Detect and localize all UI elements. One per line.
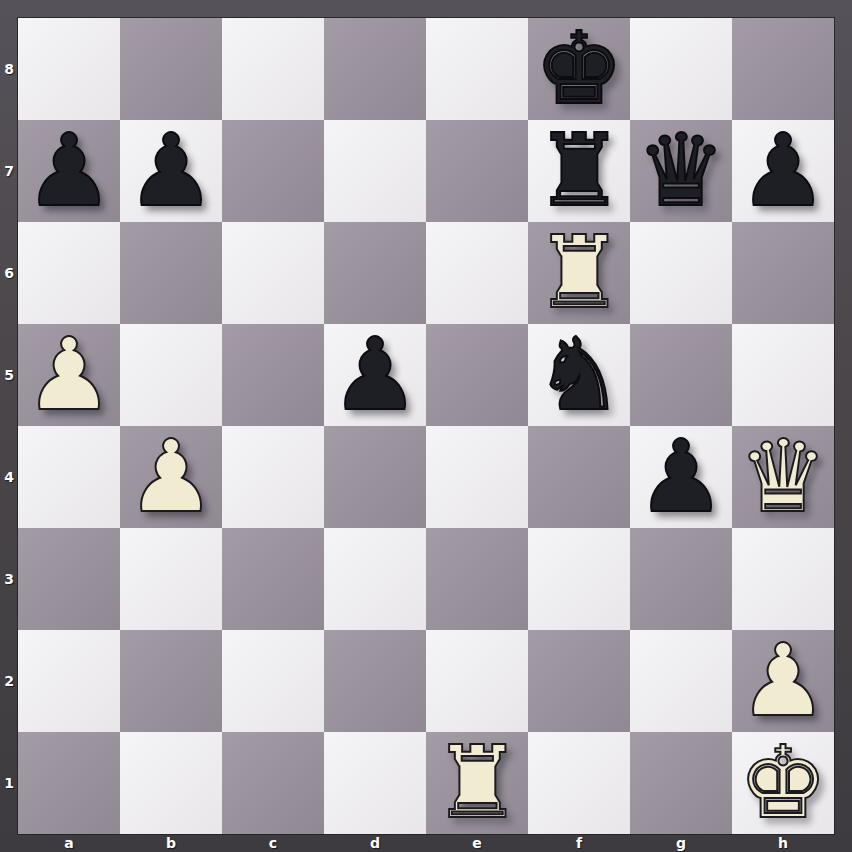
square-e1[interactable]: ♜ [426, 732, 528, 834]
black-pawn[interactable]: ♟ [24, 120, 114, 222]
square-a4[interactable] [18, 426, 120, 528]
square-a5[interactable]: ♟ [18, 324, 120, 426]
square-d5[interactable]: ♟ [324, 324, 426, 426]
square-b2[interactable] [120, 630, 222, 732]
square-h3[interactable] [732, 528, 834, 630]
square-f3[interactable] [528, 528, 630, 630]
square-h4[interactable]: ♛ [732, 426, 834, 528]
square-c7[interactable] [222, 120, 324, 222]
square-c6[interactable] [222, 222, 324, 324]
square-g1[interactable] [630, 732, 732, 834]
square-g5[interactable] [630, 324, 732, 426]
rank-label-7: 7 [0, 120, 18, 222]
square-c2[interactable] [222, 630, 324, 732]
square-h1[interactable]: ♚ [732, 732, 834, 834]
square-g3[interactable] [630, 528, 732, 630]
square-b7[interactable]: ♟ [120, 120, 222, 222]
square-d6[interactable] [324, 222, 426, 324]
rank-label-1: 1 [0, 732, 18, 834]
square-f6[interactable]: ♜ [528, 222, 630, 324]
square-g7[interactable]: ♛ [630, 120, 732, 222]
square-d7[interactable] [324, 120, 426, 222]
black-pawn[interactable]: ♟ [738, 120, 828, 222]
square-e8[interactable] [426, 18, 528, 120]
square-a1[interactable] [18, 732, 120, 834]
square-g8[interactable] [630, 18, 732, 120]
rank-label-5: 5 [0, 324, 18, 426]
file-label-f: f [528, 834, 630, 852]
square-e2[interactable] [426, 630, 528, 732]
square-c1[interactable] [222, 732, 324, 834]
square-h2[interactable]: ♟ [732, 630, 834, 732]
black-pawn[interactable]: ♟ [330, 324, 420, 426]
square-e6[interactable] [426, 222, 528, 324]
square-d3[interactable] [324, 528, 426, 630]
square-h8[interactable] [732, 18, 834, 120]
white-queen[interactable]: ♛ [738, 426, 828, 528]
square-c5[interactable] [222, 324, 324, 426]
white-rook[interactable]: ♜ [534, 222, 624, 324]
black-knight[interactable]: ♞ [534, 324, 624, 426]
white-pawn[interactable]: ♟ [126, 426, 216, 528]
file-label-h: h [732, 834, 834, 852]
black-king[interactable]: ♚ [534, 18, 624, 120]
square-g6[interactable] [630, 222, 732, 324]
square-c8[interactable] [222, 18, 324, 120]
square-d2[interactable] [324, 630, 426, 732]
square-g2[interactable] [630, 630, 732, 732]
square-f2[interactable] [528, 630, 630, 732]
square-e3[interactable] [426, 528, 528, 630]
rank-label-8: 8 [0, 18, 18, 120]
square-d1[interactable] [324, 732, 426, 834]
square-f5[interactable]: ♞ [528, 324, 630, 426]
square-b5[interactable] [120, 324, 222, 426]
rank-label-3: 3 [0, 528, 18, 630]
black-pawn[interactable]: ♟ [126, 120, 216, 222]
chess-board-frame: ♚♟♟♜♛♟♜♟♟♞♟♟♛♟♜♚ 87654321abcdefgh [0, 0, 852, 852]
square-g4[interactable]: ♟ [630, 426, 732, 528]
square-f4[interactable] [528, 426, 630, 528]
square-b3[interactable] [120, 528, 222, 630]
file-label-b: b [120, 834, 222, 852]
square-f7[interactable]: ♜ [528, 120, 630, 222]
white-king[interactable]: ♚ [738, 732, 828, 834]
square-d8[interactable] [324, 18, 426, 120]
chess-board: ♚♟♟♜♛♟♜♟♟♞♟♟♛♟♜♚ [18, 18, 834, 834]
rank-label-6: 6 [0, 222, 18, 324]
white-rook[interactable]: ♜ [432, 732, 522, 834]
square-b1[interactable] [120, 732, 222, 834]
black-pawn[interactable]: ♟ [636, 426, 726, 528]
square-a7[interactable]: ♟ [18, 120, 120, 222]
file-label-a: a [18, 834, 120, 852]
file-label-e: e [426, 834, 528, 852]
square-a2[interactable] [18, 630, 120, 732]
square-e7[interactable] [426, 120, 528, 222]
white-pawn[interactable]: ♟ [24, 324, 114, 426]
square-h5[interactable] [732, 324, 834, 426]
square-h6[interactable] [732, 222, 834, 324]
square-b6[interactable] [120, 222, 222, 324]
square-h7[interactable]: ♟ [732, 120, 834, 222]
square-d4[interactable] [324, 426, 426, 528]
square-a6[interactable] [18, 222, 120, 324]
square-a8[interactable] [18, 18, 120, 120]
square-f1[interactable] [528, 732, 630, 834]
rank-label-2: 2 [0, 630, 18, 732]
black-rook[interactable]: ♜ [534, 120, 624, 222]
rank-label-4: 4 [0, 426, 18, 528]
file-label-g: g [630, 834, 732, 852]
black-queen[interactable]: ♛ [636, 120, 726, 222]
square-f8[interactable]: ♚ [528, 18, 630, 120]
white-pawn[interactable]: ♟ [738, 630, 828, 732]
square-c3[interactable] [222, 528, 324, 630]
square-a3[interactable] [18, 528, 120, 630]
square-e5[interactable] [426, 324, 528, 426]
square-e4[interactable] [426, 426, 528, 528]
file-label-d: d [324, 834, 426, 852]
square-b4[interactable]: ♟ [120, 426, 222, 528]
file-label-c: c [222, 834, 324, 852]
square-c4[interactable] [222, 426, 324, 528]
square-b8[interactable] [120, 18, 222, 120]
